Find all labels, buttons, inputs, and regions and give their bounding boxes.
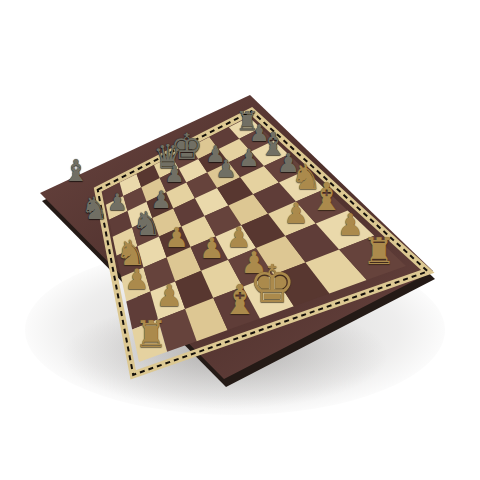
- piece-white-pawn[interactable]: ♟: [164, 223, 188, 250]
- product-photo: ♜♝♚♜♟♟♟♟♟♟♟♝♞♟♞♛♚♜♟♟♟♟♟♟♟♝♞♟♝♞: [0, 0, 480, 480]
- piece-black-pawn[interactable]: ♟: [215, 158, 237, 182]
- piece-black-pawn[interactable]: ♟: [107, 191, 128, 214]
- piece-white-rook[interactable]: ♜: [135, 316, 168, 353]
- piece-white-pawn[interactable]: ♟: [124, 266, 149, 294]
- piece-white-pawn[interactable]: ♟: [156, 281, 183, 311]
- piece-black-pawn[interactable]: ♟: [238, 147, 260, 171]
- piece-black-bishop[interactable]: ♝: [63, 156, 90, 186]
- piece-black-pawn[interactable]: ♟: [164, 164, 185, 187]
- piece-white-pawn[interactable]: ♟: [199, 235, 224, 263]
- piece-white-pawn[interactable]: ♟: [337, 210, 364, 240]
- piece-white-bishop[interactable]: ♝: [222, 280, 259, 321]
- piece-white-pawn[interactable]: ♟: [284, 200, 309, 228]
- piece-white-rook[interactable]: ♜: [363, 233, 396, 270]
- piece-black-knight[interactable]: ♞: [81, 193, 109, 224]
